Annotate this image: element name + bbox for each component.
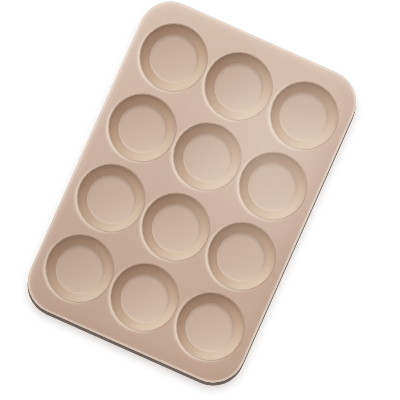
muffin-cup-bottom: [207, 55, 272, 120]
muffin-cup-r3c3: [197, 212, 285, 300]
product-photo-stage: [0, 0, 400, 400]
muffin-cup-r2c3: [229, 142, 317, 230]
muffin-cup-bottom: [209, 224, 274, 289]
muffin-cup-bottom: [79, 166, 144, 231]
muffin-cup-bottom: [142, 26, 207, 91]
muffin-cup-r1c3: [260, 71, 348, 159]
muffin-cup-bottom: [241, 154, 306, 219]
muffin-cup-bottom: [176, 125, 241, 190]
muffin-cup-r4c3: [166, 282, 254, 370]
muffin-cup-bottom: [48, 237, 113, 302]
muffin-cup-bottom: [178, 295, 243, 360]
muffin-cup-grid: [18, 0, 367, 393]
muffin-cup-bottom: [110, 96, 175, 161]
muffin-cup-bottom: [113, 266, 178, 331]
muffin-cup-bottom: [144, 195, 209, 260]
muffin-cup-bottom: [272, 84, 337, 149]
muffin-pan: [18, 0, 367, 393]
